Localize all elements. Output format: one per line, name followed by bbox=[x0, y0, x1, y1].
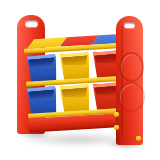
left-handle-cutout bbox=[25, 20, 38, 27]
yellow-peg bbox=[136, 136, 141, 141]
right-side-panel bbox=[116, 16, 143, 145]
emboss-circle bbox=[118, 82, 145, 112]
product-photo bbox=[0, 0, 160, 160]
yellow-peg bbox=[114, 125, 119, 130]
emboss-circle bbox=[119, 52, 144, 82]
yellow-peg bbox=[114, 112, 119, 117]
bin-rack bbox=[23, 34, 129, 135]
right-handle-cutout bbox=[124, 22, 135, 28]
